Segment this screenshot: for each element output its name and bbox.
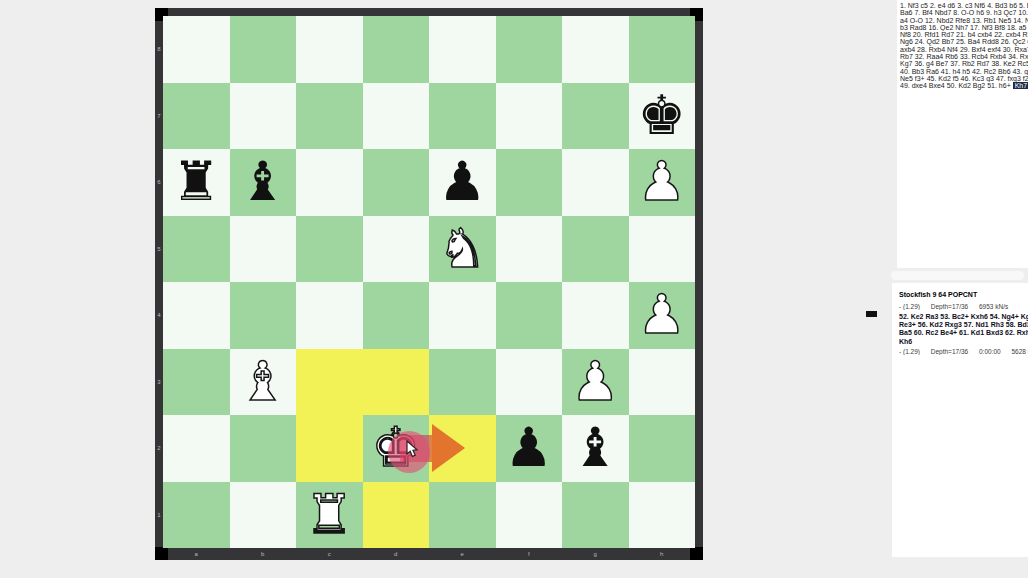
square-c8[interactable]	[296, 16, 363, 83]
square-g7[interactable]	[562, 83, 629, 150]
square-f7[interactable]	[496, 83, 563, 150]
square-g5[interactable]	[562, 216, 629, 283]
rank-label-6: 6	[155, 149, 163, 216]
engine-depth: Depth=17/36	[931, 348, 968, 355]
square-d1[interactable]	[363, 482, 430, 549]
file-label-d: d	[363, 548, 430, 560]
rank-label-1: 1	[155, 482, 163, 549]
pv-line: 52. Ke2 Ra3 53. Bc2+ Kxh6 54. Ng4+ Kg7 5…	[899, 313, 1028, 321]
square-c2[interactable]	[296, 415, 363, 482]
move-line[interactable]: Ba6 7. Bf4 Nbd7 8. O-O h6 9. h3 Qc7 10. …	[900, 9, 1028, 16]
square-a1[interactable]	[163, 482, 230, 549]
square-e4[interactable]	[429, 282, 496, 349]
square-d2[interactable]: ♚	[363, 415, 430, 482]
square-h8[interactable]	[629, 16, 696, 83]
move-line[interactable]: Nf8 20. Rfd1 Rd7 21. b4 cxb4 22. cxb4 Rb…	[900, 31, 1028, 38]
rank-label-7: 7	[155, 83, 163, 150]
engine-score: - (1.29)	[899, 348, 920, 355]
square-g2[interactable]: ♝	[562, 415, 629, 482]
move-line[interactable]: Rb7 32. Raa4 Rb6 33. Rcb4 Rxb4 34. Rxb4 …	[900, 53, 1028, 60]
chess-board: 87654321 abcdefgh ♚♜♝♟♟♞♟♝♟♚♟♝♜	[155, 8, 703, 560]
square-b2[interactable]	[230, 415, 297, 482]
square-d5[interactable]	[363, 216, 430, 283]
rank-label-5: 5	[155, 216, 163, 283]
square-b8[interactable]	[230, 16, 297, 83]
panel-scrollbar[interactable]	[891, 271, 1024, 280]
square-b4[interactable]	[230, 282, 297, 349]
engine-depth: Depth=17/36	[931, 303, 968, 310]
square-a3[interactable]	[163, 349, 230, 416]
square-f2[interactable]: ♟	[496, 415, 563, 482]
window-resize-mark	[866, 311, 877, 317]
square-h2[interactable]	[629, 415, 696, 482]
engine-nodes: 5628 kN	[1012, 348, 1028, 355]
rank-label-8: 8	[155, 16, 163, 83]
move-line[interactable]: Ng6 24. Qd2 Bb7 25. Ba4 Rdd8 26. Qc2 Qxc…	[900, 38, 1028, 45]
square-c3[interactable]	[296, 349, 363, 416]
square-f6[interactable]	[496, 149, 563, 216]
square-a6[interactable]: ♜	[163, 149, 230, 216]
engine-pv: 52. Ke2 Ra3 53. Bc2+ Kxh6 54. Ng4+ Kg7 5…	[899, 313, 1028, 346]
square-b1[interactable]	[230, 482, 297, 549]
square-h3[interactable]	[629, 349, 696, 416]
square-d4[interactable]	[363, 282, 430, 349]
file-label-g: g	[562, 548, 629, 560]
rank-label-3: 3	[155, 349, 163, 416]
square-e3[interactable]	[429, 349, 496, 416]
square-c7[interactable]	[296, 83, 363, 150]
pv-line: Kh6	[899, 338, 1028, 346]
square-h1[interactable]	[629, 482, 696, 549]
move-line[interactable]: axb4 28. Rxb4 Nf4 29. Bxf4 exf4 30. Rxa7…	[900, 46, 1028, 53]
file-label-b: b	[230, 548, 297, 560]
square-c1[interactable]: ♜	[296, 482, 363, 549]
square-g1[interactable]	[562, 482, 629, 549]
rank-label-2: 2	[155, 415, 163, 482]
engine-analysis-panel: Stockfish 9 64 POPCNT - (1.29) Depth=17/…	[892, 283, 1028, 557]
square-d8[interactable]	[363, 16, 430, 83]
square-g3[interactable]: ♟	[562, 349, 629, 416]
engine-speed: 6953 kN/s	[979, 303, 1008, 310]
board-grid: ♚♜♝♟♟♞♟♝♟♚♟♝♜	[163, 16, 695, 548]
square-a7[interactable]	[163, 83, 230, 150]
square-h5[interactable]	[629, 216, 696, 283]
square-h7[interactable]: ♚	[629, 83, 696, 150]
square-h4[interactable]: ♟	[629, 282, 696, 349]
square-c4[interactable]	[296, 282, 363, 349]
move-list: 1. Nf3 c5 2. e4 d6 3. c3 Nf6 4. Bd3 b6 5…	[900, 2, 1028, 90]
square-f8[interactable]	[496, 16, 563, 83]
move-line[interactable]: Kg7 36. g4 Be7 37. Rb2 Rd7 38. Ke2 Rc5 3…	[900, 60, 1028, 67]
black-pawn-e6[interactable]: ♟	[438, 155, 486, 209]
square-e1[interactable]	[429, 482, 496, 549]
white-rook-c1[interactable]: ♜	[305, 488, 353, 542]
black-rook-a6[interactable]: ♜	[172, 155, 220, 209]
pv-line: Re3+ 56. Kd2 Rxg3 57. Nd1 Rh3 58. Bd3 Rh…	[899, 321, 1028, 329]
square-a4[interactable]	[163, 282, 230, 349]
square-d6[interactable]	[363, 149, 430, 216]
move-list-panel: 1. Nf3 c5 2. e4 d6 3. c3 Nf6 4. Bd3 b6 5…	[897, 0, 1028, 268]
white-pawn-g3[interactable]: ♟	[571, 355, 619, 409]
file-label-e: e	[429, 548, 496, 560]
engine-time: 0:00:00	[979, 348, 1001, 355]
square-e7[interactable]	[429, 83, 496, 150]
square-g8[interactable]	[562, 16, 629, 83]
square-g4[interactable]	[562, 282, 629, 349]
file-labels: abcdefgh	[163, 548, 695, 560]
square-a8[interactable]	[163, 16, 230, 83]
move-line[interactable]: 1. Nf3 c5 2. e4 d6 3. c3 Nf6 4. Bd3 b6 5…	[900, 2, 1028, 9]
square-g6[interactable]	[562, 149, 629, 216]
square-e5[interactable]: ♞	[429, 216, 496, 283]
engine-info-bottom: - (1.29) Depth=17/36 0:00:00 5628 kN	[899, 348, 1028, 355]
square-f3[interactable]	[496, 349, 563, 416]
black-pawn-f2[interactable]: ♟	[505, 421, 553, 475]
square-a5[interactable]	[163, 216, 230, 283]
engine-score: - (1.29)	[899, 303, 920, 310]
square-d3[interactable]	[363, 349, 430, 416]
file-label-f: f	[496, 548, 563, 560]
rank-label-4: 4	[155, 282, 163, 349]
square-e6[interactable]: ♟	[429, 149, 496, 216]
white-pawn-h4[interactable]: ♟	[638, 288, 686, 342]
rank-labels: 87654321	[155, 16, 163, 548]
square-d7[interactable]	[363, 83, 430, 150]
white-bishop-b3[interactable]: ♝	[239, 355, 287, 409]
engine-name: Stockfish 9 64 POPCNT	[899, 291, 1028, 298]
move-line[interactable]: a4 O-O 12. Nbd2 Rfe8 13. Rb1 Ne5 14. Nxe…	[900, 17, 1028, 24]
file-label-h: h	[629, 548, 696, 560]
square-c6[interactable]	[296, 149, 363, 216]
move-line[interactable]: 49. dxe4 Bxe4 50. Kd2 Bg2 51. h6+ Kh7	[900, 82, 1028, 89]
black-bishop-g2[interactable]: ♝	[571, 421, 619, 475]
square-f1[interactable]	[496, 482, 563, 549]
current-move[interactable]: Kh7	[1013, 82, 1028, 89]
square-e8[interactable]	[429, 16, 496, 83]
move-line[interactable]: Ne5 f3+ 45. Kd2 f5 46. Kc3 g3 47. fxg3 f…	[900, 75, 1028, 82]
square-b7[interactable]	[230, 83, 297, 150]
move-line[interactable]: 40. Bb3 Ra6 41. h4 h5 42. Rc2 Bb6 43. gx…	[900, 68, 1028, 75]
move-line[interactable]: b3 Rad8 16. Qe2 Nh7 17. Nf3 Bf8 18. a5 b…	[900, 24, 1028, 31]
white-king-d2[interactable]: ♚	[372, 421, 420, 475]
square-f4[interactable]	[496, 282, 563, 349]
black-king-h7[interactable]: ♚	[638, 89, 686, 143]
white-pawn-h6[interactable]: ♟	[638, 155, 686, 209]
square-f5[interactable]	[496, 216, 563, 283]
chess-gui-window: 87654321 abcdefgh ♚♜♝♟♟♞♟♝♟♚♟♝♜ 1. Nf3 c…	[0, 0, 1028, 578]
square-b3[interactable]: ♝	[230, 349, 297, 416]
square-e2[interactable]	[429, 415, 496, 482]
square-h6[interactable]: ♟	[629, 149, 696, 216]
pv-line: Ba5 60. Rc2 Be4+ 61. Kd1 Bxd3 62. Rxh2 B…	[899, 329, 1028, 337]
file-label-a: a	[163, 548, 230, 560]
engine-info-top: - (1.29) Depth=17/36 6953 kN/s	[899, 303, 1028, 310]
square-b5[interactable]	[230, 216, 297, 283]
white-knight-e5[interactable]: ♞	[438, 222, 486, 276]
square-c5[interactable]	[296, 216, 363, 283]
square-a2[interactable]	[163, 415, 230, 482]
file-label-c: c	[296, 548, 363, 560]
square-b6[interactable]: ♝	[230, 149, 297, 216]
black-bishop-b6[interactable]: ♝	[239, 155, 287, 209]
